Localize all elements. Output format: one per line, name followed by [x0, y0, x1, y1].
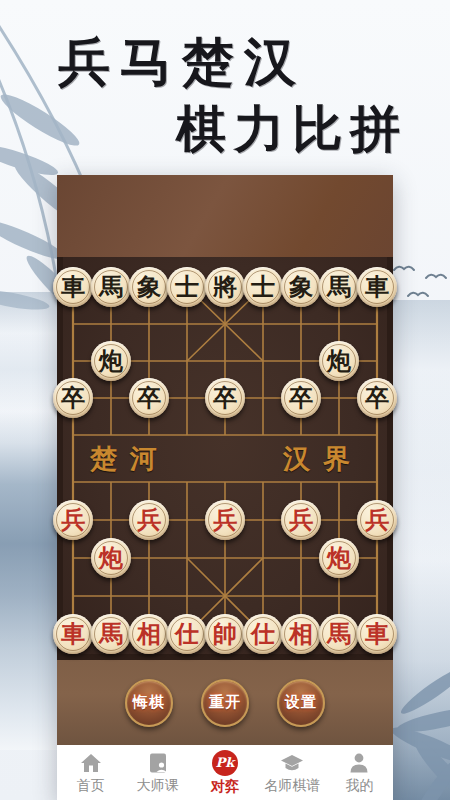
bottom-navbar: 首页 大师课 Pk 对弈 名师 — [57, 745, 393, 800]
piece-black-p[interactable]: 卒 — [357, 378, 397, 418]
board-grid[interactable]: 楚河 汉界 車馬象士將士象馬車炮炮卒卒卒卒卒兵兵兵兵兵炮炮車馬相仕帥仕相馬車 — [57, 257, 393, 660]
piece-black-p[interactable]: 卒 — [53, 378, 93, 418]
piece-red-n[interactable]: 馬 — [91, 614, 131, 654]
profile-icon — [346, 751, 372, 775]
bamboo-leaves-decoration-bottom — [386, 630, 450, 800]
restart-label: 重开 — [209, 693, 241, 712]
piece-red-b[interactable]: 相 — [281, 614, 321, 654]
piece-black-b[interactable]: 象 — [129, 267, 169, 307]
undo-label: 悔棋 — [133, 693, 165, 712]
piece-red-n[interactable]: 馬 — [319, 614, 359, 654]
piece-black-r[interactable]: 車 — [53, 267, 93, 307]
piece-black-a[interactable]: 士 — [243, 267, 283, 307]
pk-icon-text: Pk — [216, 755, 235, 770]
piece-red-p[interactable]: 兵 — [357, 500, 397, 540]
piece-black-c[interactable]: 炮 — [319, 341, 359, 381]
nav-label-home: 首页 — [77, 777, 105, 795]
nav-item-records[interactable]: 名师棋谱 — [259, 745, 326, 800]
piece-red-r[interactable]: 車 — [357, 614, 397, 654]
nav-item-masterclass[interactable]: 大师课 — [124, 745, 191, 800]
piece-black-p[interactable]: 卒 — [281, 378, 321, 418]
nav-item-play[interactable]: Pk 对弈 — [191, 745, 258, 800]
board-controls: 悔棋 重开 设置 — [57, 660, 393, 745]
piece-red-r[interactable]: 車 — [53, 614, 93, 654]
nav-label-profile: 我的 — [345, 777, 373, 795]
piece-black-p[interactable]: 卒 — [129, 378, 169, 418]
nav-label-masterclass: 大师课 — [137, 777, 179, 795]
piece-red-a[interactable]: 仕 — [167, 614, 207, 654]
river-label-right: 汉界 — [283, 441, 363, 477]
piece-black-k[interactable]: 將 — [205, 267, 245, 307]
piece-red-c[interactable]: 炮 — [91, 538, 131, 578]
piece-black-n[interactable]: 馬 — [319, 267, 359, 307]
piece-black-p[interactable]: 卒 — [205, 378, 245, 418]
game-panel: 楚河 汉界 車馬象士將士象馬車炮炮卒卒卒卒卒兵兵兵兵兵炮炮車馬相仕帥仕相馬車 悔… — [57, 175, 393, 800]
birds-decoration — [392, 256, 448, 308]
pk-icon: Pk — [212, 750, 238, 776]
gradcap-icon — [278, 751, 306, 775]
board-top-band — [57, 175, 393, 257]
home-icon — [78, 751, 104, 775]
piece-red-k[interactable]: 帥 — [205, 614, 245, 654]
piece-black-b[interactable]: 象 — [281, 267, 321, 307]
piece-black-c[interactable]: 炮 — [91, 341, 131, 381]
piece-red-p[interactable]: 兵 — [281, 500, 321, 540]
settings-label: 设置 — [285, 693, 317, 712]
nav-label-play: 对弈 — [211, 778, 239, 796]
piece-red-p[interactable]: 兵 — [53, 500, 93, 540]
piece-black-n[interactable]: 馬 — [91, 267, 131, 307]
settings-button[interactable]: 设置 — [277, 679, 325, 727]
nav-item-profile[interactable]: 我的 — [326, 745, 393, 800]
title-line-2: 棋力比拼 — [176, 96, 408, 163]
nav-item-home[interactable]: 首页 — [57, 745, 124, 800]
piece-red-b[interactable]: 相 — [129, 614, 169, 654]
title-line-1: 兵马楚汉 — [58, 28, 306, 98]
piece-red-p[interactable]: 兵 — [205, 500, 245, 540]
piece-red-c[interactable]: 炮 — [319, 538, 359, 578]
restart-button[interactable]: 重开 — [201, 679, 249, 727]
ink-mountains-left — [0, 292, 57, 750]
masterclass-icon — [145, 751, 171, 775]
piece-red-a[interactable]: 仕 — [243, 614, 283, 654]
piece-black-r[interactable]: 車 — [357, 267, 397, 307]
nav-label-records: 名师棋谱 — [264, 777, 320, 795]
piece-black-a[interactable]: 士 — [167, 267, 207, 307]
piece-red-p[interactable]: 兵 — [129, 500, 169, 540]
undo-button[interactable]: 悔棋 — [125, 679, 173, 727]
river-label-left: 楚河 — [90, 441, 170, 477]
screen: 兵马楚汉 棋力比拼 — [0, 0, 450, 800]
